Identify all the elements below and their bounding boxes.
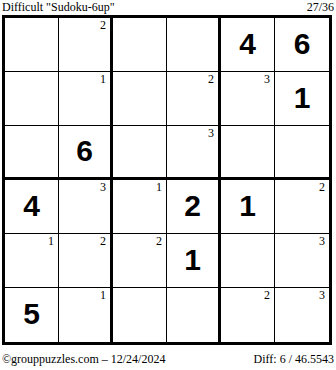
pencil-digit: 3 xyxy=(319,235,325,247)
cell-r6c5[interactable]: 2 xyxy=(221,288,275,342)
pencil-digit: 1 xyxy=(48,235,54,247)
pencil-digit: 2 xyxy=(208,73,214,85)
cell-r2c5[interactable]: 3 xyxy=(221,72,275,126)
cell-r5c3[interactable]: 2 xyxy=(113,234,167,288)
footer: ©grouppuzzles.com – 12/24/2024 Diff: 6 /… xyxy=(2,352,334,366)
given-digit: 1 xyxy=(184,245,201,275)
cell-r4c6[interactable]: 2 xyxy=(275,180,329,234)
pencil-digit: 3 xyxy=(319,289,325,301)
cell-r5c5[interactable] xyxy=(221,234,275,288)
pencil-digit: 1 xyxy=(100,73,106,85)
pencil-digit: 1 xyxy=(156,181,162,193)
cell-r4c4[interactable]: 2 xyxy=(167,180,221,234)
cell-r6c2[interactable]: 1 xyxy=(59,288,113,342)
sudoku-board: 2 4 6 1 2 3 1 6 3 4 3 1 2 1 2 1 2 2 1 3 … xyxy=(2,15,332,345)
cell-r4c2[interactable]: 3 xyxy=(59,180,113,234)
header: Difficult "Sudoku-6up" 27/36 xyxy=(2,0,334,14)
cell-r5c4[interactable]: 1 xyxy=(167,234,221,288)
cell-r1c3[interactable] xyxy=(113,18,167,72)
cell-r3c1[interactable] xyxy=(5,126,59,180)
puzzle-page: Difficult "Sudoku-6up" 27/36 2 4 6 1 2 3… xyxy=(0,0,336,370)
pencil-digit: 2 xyxy=(100,19,106,31)
cell-r1c1[interactable] xyxy=(5,18,59,72)
pencil-digit: 2 xyxy=(100,235,106,247)
cell-r2c6[interactable]: 1 xyxy=(275,72,329,126)
difficulty-text: Diff: 6 / 46.5543 xyxy=(254,352,334,366)
cell-r4c3[interactable]: 1 xyxy=(113,180,167,234)
cell-r2c3[interactable] xyxy=(113,72,167,126)
cell-r4c1[interactable]: 4 xyxy=(5,180,59,234)
pencil-digit: 2 xyxy=(319,181,325,193)
cell-r6c1[interactable]: 5 xyxy=(5,288,59,342)
pencil-digit: 3 xyxy=(100,181,106,193)
cell-r6c3[interactable] xyxy=(113,288,167,342)
cell-r5c2[interactable]: 2 xyxy=(59,234,113,288)
cell-r3c3[interactable] xyxy=(113,126,167,180)
cell-r4c5[interactable]: 1 xyxy=(221,180,275,234)
cell-r5c1[interactable]: 1 xyxy=(5,234,59,288)
cell-r2c2[interactable]: 1 xyxy=(59,72,113,126)
cell-r1c4[interactable] xyxy=(167,18,221,72)
given-digit: 5 xyxy=(23,299,40,329)
cell-r6c4[interactable] xyxy=(167,288,221,342)
cell-r6c6[interactable]: 3 xyxy=(275,288,329,342)
cell-r2c1[interactable] xyxy=(5,72,59,126)
given-digit: 6 xyxy=(294,29,311,59)
pencil-digit: 2 xyxy=(156,235,162,247)
cell-r1c6[interactable]: 6 xyxy=(275,18,329,72)
given-digit: 4 xyxy=(23,191,40,221)
pencil-digit: 1 xyxy=(100,289,106,301)
given-digit: 2 xyxy=(184,191,201,221)
cell-r3c6[interactable] xyxy=(275,126,329,180)
pencil-digit: 3 xyxy=(208,127,214,139)
page-title: Difficult "Sudoku-6up" xyxy=(2,0,115,14)
pencil-digit: 3 xyxy=(264,73,270,85)
cell-r2c4[interactable]: 2 xyxy=(167,72,221,126)
cell-r1c2[interactable]: 2 xyxy=(59,18,113,72)
given-digit: 1 xyxy=(239,191,256,221)
given-digit: 6 xyxy=(76,136,93,166)
pencil-digit: 2 xyxy=(264,289,270,301)
puzzle-counter: 27/36 xyxy=(307,0,334,14)
cell-r3c4[interactable]: 3 xyxy=(167,126,221,180)
given-digit: 4 xyxy=(239,29,256,59)
cell-r1c5[interactable]: 4 xyxy=(221,18,275,72)
given-digit: 1 xyxy=(294,83,311,113)
cell-r5c6[interactable]: 3 xyxy=(275,234,329,288)
cell-r3c2[interactable]: 6 xyxy=(59,126,113,180)
copyright-text: ©grouppuzzles.com – 12/24/2024 xyxy=(2,352,165,366)
cell-r3c5[interactable] xyxy=(221,126,275,180)
